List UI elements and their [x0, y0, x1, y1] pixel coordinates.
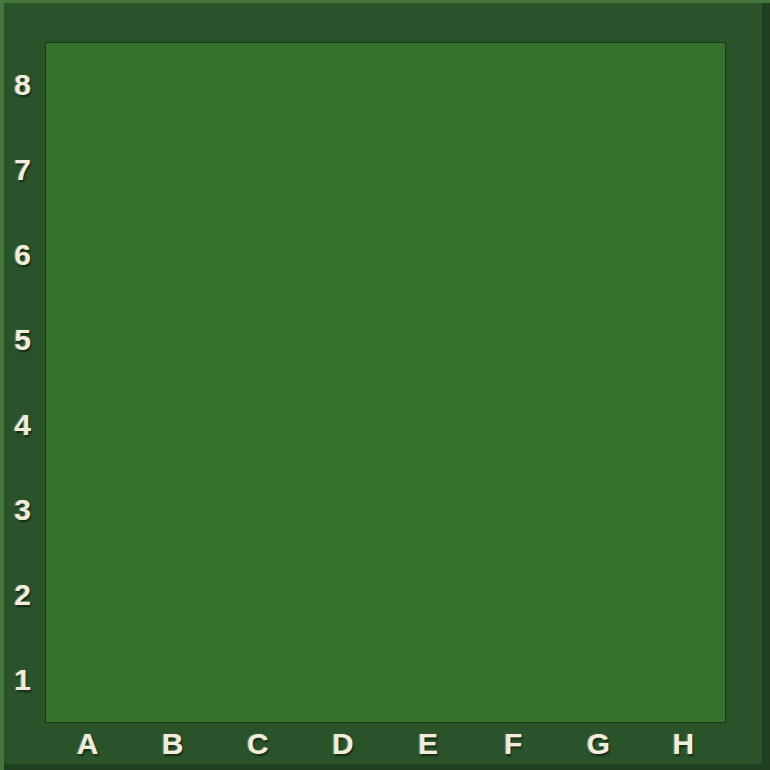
file-label-a: A: [45, 723, 130, 765]
file-label-b: B: [130, 723, 215, 765]
file-label-d: D: [300, 723, 385, 765]
file-label-c: C: [215, 723, 300, 765]
rank-label-2: 2: [0, 553, 45, 638]
file-label-f: F: [471, 723, 556, 765]
rank-label-1: 1: [0, 638, 45, 723]
file-label-h: H: [641, 723, 726, 765]
rank-label-3: 3: [0, 468, 45, 553]
rank-label-6: 6: [0, 212, 45, 297]
rank-labels: 8 7 6 5 4 3 2 1: [0, 42, 45, 723]
file-labels: A B C D E F G H: [45, 723, 726, 765]
rank-label-5: 5: [0, 297, 45, 382]
board-frame: 8 7 6 5 4 3 2 1 A B C D E F G H: [0, 0, 770, 770]
chess-board: [45, 42, 726, 723]
rank-label-4: 4: [0, 383, 45, 468]
rank-label-8: 8: [0, 42, 45, 127]
chess-app: 8 7 6 5 4 3 2 1 A B C D E F G H: [0, 0, 770, 770]
file-label-e: E: [386, 723, 471, 765]
file-label-g: G: [556, 723, 641, 765]
rank-label-7: 7: [0, 127, 45, 212]
